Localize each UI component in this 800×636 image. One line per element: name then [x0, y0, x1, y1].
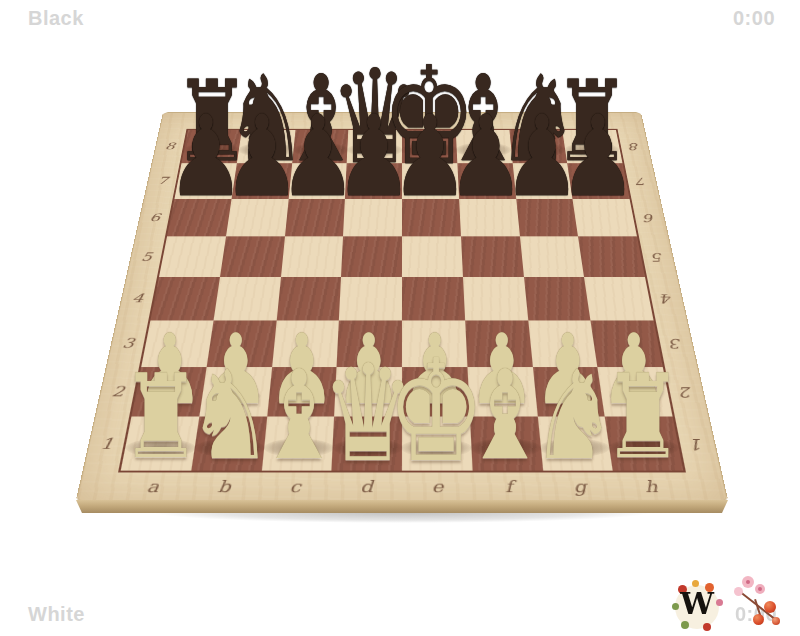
berry-icon — [772, 617, 780, 625]
pieces-layer: ♜♞♝♛♚♝♞♜♟♟♟♟♟♟♟♟♟♟♟♟♟♟♟♟♜♞♝♛♚♝♞♜ — [0, 0, 800, 636]
leaf-dot-icon — [681, 621, 689, 629]
piece-white-rook-h1[interactable]: ♜ — [603, 360, 684, 476]
berry-icon — [753, 614, 764, 625]
berry-icon — [764, 601, 776, 613]
blossom-icon — [734, 587, 743, 596]
piece-black-pawn-h7[interactable]: ♟ — [559, 100, 637, 212]
flower-dot-icon — [703, 623, 711, 631]
crest-letter: W — [672, 589, 722, 619]
blossom-branch-icon — [730, 575, 794, 633]
chess-game-window: Black 0:00 White 0:00 1122334455667788ab… — [0, 0, 800, 636]
blossom-center — [746, 580, 750, 584]
crest-watermark-icon: W — [672, 583, 722, 631]
blossom-center — [758, 587, 762, 591]
